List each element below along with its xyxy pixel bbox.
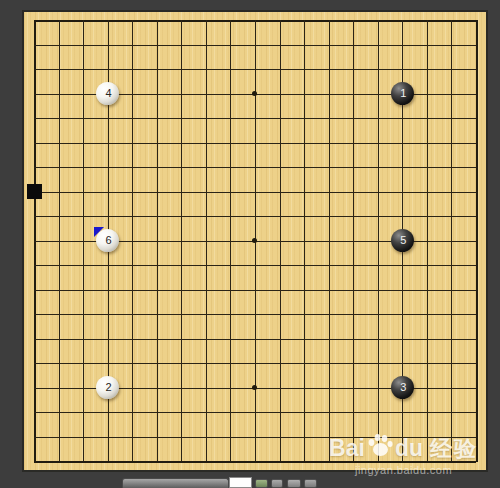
grid-line-horizontal [34,412,476,413]
grid-line-horizontal [34,314,476,315]
collapsed-window-bar[interactable] [122,478,229,488]
taskbar-chip-2[interactable] [287,479,301,488]
grid-line-vertical [280,20,281,462]
stone-number: 4 [106,88,112,99]
grid-line-horizontal [34,265,476,266]
grid-line-horizontal [34,437,476,438]
stone-number: 1 [400,88,406,99]
grid-line-vertical [378,20,379,462]
stone-number: 6 [106,235,112,246]
grid-line-horizontal [34,339,476,340]
screen-background: 123456 Bai du 经验 jingyan.baidu.com [0,0,500,488]
grid-line-vertical [353,20,354,462]
last-move-triangle-icon [94,227,104,237]
grid-line-vertical [304,20,305,462]
board-grid[interactable]: 123456 [34,20,477,462]
stone-move-4-white[interactable]: 4 [96,82,119,105]
grid-line-vertical [451,20,452,462]
grid-line-horizontal [34,461,476,463]
taskbar-white-swatch[interactable] [229,477,252,488]
stone-number: 2 [106,382,112,393]
taskbar-chip-green[interactable] [255,479,268,488]
grid-line-vertical [329,20,330,462]
grid-line-vertical [427,20,428,462]
stone-number: 3 [400,382,406,393]
star-point [252,238,257,243]
star-point [252,91,257,96]
stone-move-3-black[interactable]: 3 [391,376,414,399]
edge-square-marker [27,184,42,199]
watermark-url: jingyan.baidu.com [329,464,478,476]
stone-move-6-white[interactable]: 6 [96,229,119,252]
stone-move-2-white[interactable]: 2 [96,376,119,399]
star-point [252,385,257,390]
stone-move-1-black[interactable]: 1 [391,82,414,105]
grid-line-vertical [476,20,478,462]
taskbar-chip-3[interactable] [304,479,317,488]
grid-line-horizontal [34,363,476,364]
stone-move-5-black[interactable]: 5 [391,229,414,252]
grid-line-horizontal [34,290,476,291]
stone-number: 5 [400,235,406,246]
taskbar-chip-1[interactable] [271,479,283,488]
go-board[interactable]: 123456 Bai du 经验 jingyan.baidu.com [22,10,488,472]
